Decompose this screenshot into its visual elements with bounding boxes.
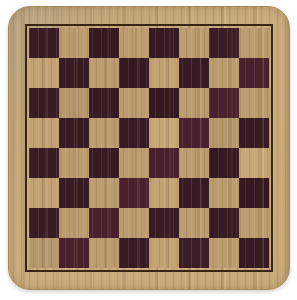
board-playing-area <box>25 24 273 272</box>
square-e3 <box>149 178 179 208</box>
square-f8 <box>179 28 209 58</box>
square-a5 <box>29 118 59 148</box>
square-g6 <box>209 88 239 118</box>
square-d6 <box>119 88 149 118</box>
square-d8 <box>119 28 149 58</box>
square-d4 <box>119 148 149 178</box>
square-g2 <box>209 208 239 238</box>
square-e2 <box>149 208 179 238</box>
square-h4 <box>239 148 269 178</box>
square-d7 <box>119 58 149 88</box>
square-c4 <box>89 148 119 178</box>
square-c8 <box>89 28 119 58</box>
square-a8 <box>29 28 59 58</box>
square-b6 <box>59 88 89 118</box>
square-c1 <box>89 238 119 268</box>
square-f3 <box>179 178 209 208</box>
square-g1 <box>209 238 239 268</box>
square-e6 <box>149 88 179 118</box>
square-f2 <box>179 208 209 238</box>
square-a7 <box>29 58 59 88</box>
square-e1 <box>149 238 179 268</box>
square-a2 <box>29 208 59 238</box>
square-e4 <box>149 148 179 178</box>
square-h6 <box>239 88 269 118</box>
square-c6 <box>89 88 119 118</box>
square-b1 <box>59 238 89 268</box>
square-h5 <box>239 118 269 148</box>
square-g5 <box>209 118 239 148</box>
square-b5 <box>59 118 89 148</box>
chess-board <box>8 6 290 290</box>
square-g3 <box>209 178 239 208</box>
square-b3 <box>59 178 89 208</box>
square-b8 <box>59 28 89 58</box>
square-a4 <box>29 148 59 178</box>
square-e5 <box>149 118 179 148</box>
square-g7 <box>209 58 239 88</box>
square-c7 <box>89 58 119 88</box>
square-h3 <box>239 178 269 208</box>
square-b7 <box>59 58 89 88</box>
square-a6 <box>29 88 59 118</box>
square-f4 <box>179 148 209 178</box>
square-b2 <box>59 208 89 238</box>
square-h2 <box>239 208 269 238</box>
square-b4 <box>59 148 89 178</box>
square-f5 <box>179 118 209 148</box>
square-h7 <box>239 58 269 88</box>
square-c5 <box>89 118 119 148</box>
square-e7 <box>149 58 179 88</box>
square-d3 <box>119 178 149 208</box>
square-f6 <box>179 88 209 118</box>
photo-background <box>0 0 297 300</box>
square-e8 <box>149 28 179 58</box>
square-g4 <box>209 148 239 178</box>
square-c3 <box>89 178 119 208</box>
board-grid <box>29 28 269 268</box>
square-a3 <box>29 178 59 208</box>
square-g8 <box>209 28 239 58</box>
square-f1 <box>179 238 209 268</box>
square-h8 <box>239 28 269 58</box>
square-d2 <box>119 208 149 238</box>
square-f7 <box>179 58 209 88</box>
square-a1 <box>29 238 59 268</box>
square-d5 <box>119 118 149 148</box>
square-d1 <box>119 238 149 268</box>
square-c2 <box>89 208 119 238</box>
square-h1 <box>239 238 269 268</box>
